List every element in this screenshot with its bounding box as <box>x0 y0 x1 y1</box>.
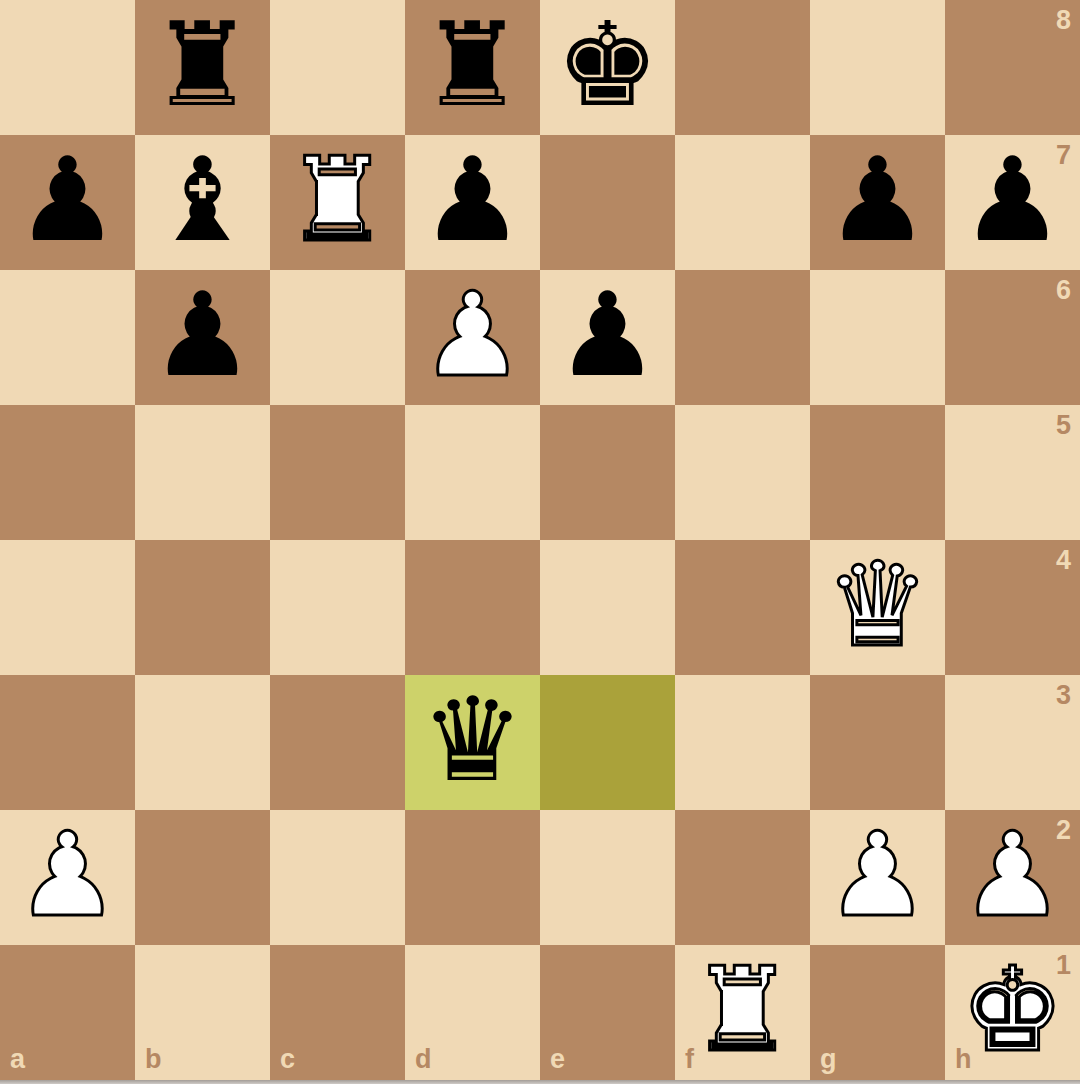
square-d6[interactable]: ♟ <box>405 270 540 405</box>
square-e1[interactable]: e <box>540 945 675 1080</box>
square-e5[interactable] <box>540 405 675 540</box>
piece-white-queen[interactable]: ♛ <box>826 540 930 672</box>
piece-black-rook[interactable]: ♜ <box>151 0 255 132</box>
square-e6[interactable]: ♟ <box>540 270 675 405</box>
square-c7[interactable]: ♜ <box>270 135 405 270</box>
square-g6[interactable] <box>810 270 945 405</box>
square-g5[interactable] <box>810 405 945 540</box>
rank-label-3: 3 <box>1056 682 1071 709</box>
square-a7[interactable]: ♟ <box>0 135 135 270</box>
square-c1[interactable]: c <box>270 945 405 1080</box>
piece-white-rook[interactable]: ♜ <box>691 945 795 1077</box>
square-h7[interactable]: 7♟ <box>945 135 1080 270</box>
piece-black-pawn[interactable]: ♟ <box>16 135 120 267</box>
square-h6[interactable]: 6 <box>945 270 1080 405</box>
piece-white-pawn[interactable]: ♟ <box>961 810 1065 942</box>
square-d8[interactable]: ♜ <box>405 0 540 135</box>
square-e7[interactable] <box>540 135 675 270</box>
square-f6[interactable] <box>675 270 810 405</box>
square-d3[interactable]: ♛ <box>405 675 540 810</box>
file-label-a: a <box>10 1046 25 1073</box>
square-a8[interactable] <box>0 0 135 135</box>
square-a5[interactable] <box>0 405 135 540</box>
chess-board-page: ♜♜♚8♟♝♜♟♟7♟♟♟♟65♛4♛3♟♟2♟abcdef♜g1h♚ <box>0 0 1080 1084</box>
square-b3[interactable] <box>135 675 270 810</box>
piece-black-pawn[interactable]: ♟ <box>151 270 255 402</box>
square-g7[interactable]: ♟ <box>810 135 945 270</box>
board-bottom-edge <box>0 1080 1080 1084</box>
square-c2[interactable] <box>270 810 405 945</box>
square-c6[interactable] <box>270 270 405 405</box>
piece-black-pawn[interactable]: ♟ <box>421 135 525 267</box>
rank-label-6: 6 <box>1056 277 1071 304</box>
file-label-g: g <box>820 1046 837 1073</box>
square-f2[interactable] <box>675 810 810 945</box>
square-e2[interactable] <box>540 810 675 945</box>
square-f8[interactable] <box>675 0 810 135</box>
square-g2[interactable]: ♟ <box>810 810 945 945</box>
piece-white-pawn[interactable]: ♟ <box>421 270 525 402</box>
square-d5[interactable] <box>405 405 540 540</box>
square-h4[interactable]: 4 <box>945 540 1080 675</box>
square-d4[interactable] <box>405 540 540 675</box>
square-c3[interactable] <box>270 675 405 810</box>
piece-black-queen[interactable]: ♛ <box>421 675 525 807</box>
square-g1[interactable]: g <box>810 945 945 1080</box>
square-b8[interactable]: ♜ <box>135 0 270 135</box>
square-b6[interactable]: ♟ <box>135 270 270 405</box>
square-a3[interactable] <box>0 675 135 810</box>
file-label-b: b <box>145 1046 162 1073</box>
square-f1[interactable]: f♜ <box>675 945 810 1080</box>
square-g8[interactable] <box>810 0 945 135</box>
square-h3[interactable]: 3 <box>945 675 1080 810</box>
square-e4[interactable] <box>540 540 675 675</box>
file-label-d: d <box>415 1046 432 1073</box>
piece-black-rook[interactable]: ♜ <box>421 0 525 132</box>
square-h5[interactable]: 5 <box>945 405 1080 540</box>
rank-label-5: 5 <box>1056 412 1071 439</box>
piece-black-pawn[interactable]: ♟ <box>556 270 660 402</box>
square-c4[interactable] <box>270 540 405 675</box>
square-d2[interactable] <box>405 810 540 945</box>
square-b4[interactable] <box>135 540 270 675</box>
piece-black-pawn[interactable]: ♟ <box>826 135 930 267</box>
square-b5[interactable] <box>135 405 270 540</box>
square-a1[interactable]: a <box>0 945 135 1080</box>
square-b2[interactable] <box>135 810 270 945</box>
chess-board: ♜♜♚8♟♝♜♟♟7♟♟♟♟65♛4♛3♟♟2♟abcdef♜g1h♚ <box>0 0 1080 1080</box>
file-label-e: e <box>550 1046 565 1073</box>
piece-black-king[interactable]: ♚ <box>556 0 660 132</box>
square-h8[interactable]: 8 <box>945 0 1080 135</box>
square-e3[interactable] <box>540 675 675 810</box>
square-a4[interactable] <box>0 540 135 675</box>
piece-white-pawn[interactable]: ♟ <box>16 810 120 942</box>
rank-label-8: 8 <box>1056 7 1071 34</box>
piece-black-bishop[interactable]: ♝ <box>151 135 255 267</box>
square-b1[interactable]: b <box>135 945 270 1080</box>
square-d7[interactable]: ♟ <box>405 135 540 270</box>
square-f7[interactable] <box>675 135 810 270</box>
square-a2[interactable]: ♟ <box>0 810 135 945</box>
square-b7[interactable]: ♝ <box>135 135 270 270</box>
square-e8[interactable]: ♚ <box>540 0 675 135</box>
square-f5[interactable] <box>675 405 810 540</box>
square-c5[interactable] <box>270 405 405 540</box>
square-h1[interactable]: 1h♚ <box>945 945 1080 1080</box>
piece-white-rook[interactable]: ♜ <box>286 135 390 267</box>
piece-white-pawn[interactable]: ♟ <box>826 810 930 942</box>
square-f4[interactable] <box>675 540 810 675</box>
square-c8[interactable] <box>270 0 405 135</box>
square-g3[interactable] <box>810 675 945 810</box>
piece-black-pawn[interactable]: ♟ <box>961 135 1065 267</box>
square-f3[interactable] <box>675 675 810 810</box>
piece-white-king[interactable]: ♚ <box>961 945 1065 1077</box>
square-g4[interactable]: ♛ <box>810 540 945 675</box>
square-h2[interactable]: 2♟ <box>945 810 1080 945</box>
square-a6[interactable] <box>0 270 135 405</box>
file-label-c: c <box>280 1046 295 1073</box>
square-d1[interactable]: d <box>405 945 540 1080</box>
rank-label-4: 4 <box>1056 547 1071 574</box>
